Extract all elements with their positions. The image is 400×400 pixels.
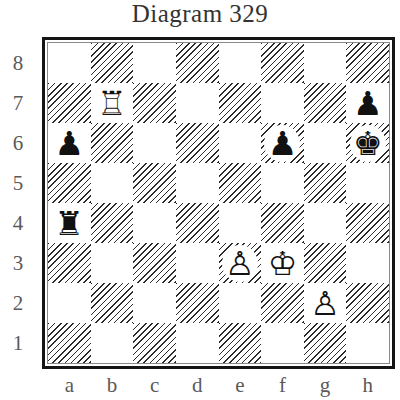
square-g8[interactable]: [304, 43, 347, 83]
square-d8[interactable]: [176, 43, 219, 83]
rank-label-5: 5: [0, 163, 36, 203]
square-a2[interactable]: [48, 283, 91, 323]
black-pawn[interactable]: ♟: [51, 125, 87, 162]
square-h7[interactable]: ♟: [346, 83, 389, 123]
rank-label-8: 8: [0, 43, 36, 83]
square-d3[interactable]: [176, 243, 219, 283]
square-c7[interactable]: [133, 83, 176, 123]
square-d7[interactable]: [176, 83, 219, 123]
square-c5[interactable]: [133, 163, 176, 203]
file-label-h: h: [346, 371, 389, 399]
square-c2[interactable]: [133, 283, 176, 323]
white-king[interactable]: ♔: [264, 245, 300, 282]
rank-label-7: 7: [0, 83, 36, 123]
file-label-g: g: [304, 371, 347, 399]
square-e6[interactable]: [219, 123, 262, 163]
file-label-e: e: [219, 371, 262, 399]
square-h2[interactable]: [346, 283, 389, 323]
square-b3[interactable]: [91, 243, 134, 283]
square-b5[interactable]: [91, 163, 134, 203]
diagram-title: Diagram 329: [0, 0, 400, 28]
square-h8[interactable]: [346, 43, 389, 83]
rank-label-3: 3: [0, 243, 36, 283]
file-label-b: b: [91, 371, 134, 399]
square-g1[interactable]: [304, 323, 347, 363]
square-d6[interactable]: [176, 123, 219, 163]
black-rook[interactable]: ♜: [51, 205, 87, 242]
square-a6[interactable]: ♟: [48, 123, 91, 163]
square-b8[interactable]: [91, 43, 134, 83]
board: ♖♟♟♟♚♜♙♔♙: [47, 42, 390, 364]
square-f4[interactable]: [261, 203, 304, 243]
square-a5[interactable]: [48, 163, 91, 203]
rank-labels: 8 7 6 5 4 3 2 1: [0, 43, 36, 363]
square-f7[interactable]: [261, 83, 304, 123]
square-g2[interactable]: ♙: [304, 283, 347, 323]
square-f5[interactable]: [261, 163, 304, 203]
square-d5[interactable]: [176, 163, 219, 203]
square-e3[interactable]: ♙: [219, 243, 262, 283]
square-d4[interactable]: [176, 203, 219, 243]
square-b4[interactable]: [91, 203, 134, 243]
square-a7[interactable]: [48, 83, 91, 123]
square-a1[interactable]: [48, 323, 91, 363]
rank-label-4: 4: [0, 203, 36, 243]
square-d2[interactable]: [176, 283, 219, 323]
square-c4[interactable]: [133, 203, 176, 243]
square-g4[interactable]: [304, 203, 347, 243]
white-rook[interactable]: ♖: [94, 85, 130, 122]
square-e8[interactable]: [219, 43, 262, 83]
square-f1[interactable]: [261, 323, 304, 363]
file-labels: a b c d e f g h: [48, 371, 389, 399]
square-c1[interactable]: [133, 323, 176, 363]
square-g7[interactable]: [304, 83, 347, 123]
square-e4[interactable]: [219, 203, 262, 243]
board-frame: ♖♟♟♟♚♜♙♔♙: [42, 37, 395, 369]
rank-label-2: 2: [0, 283, 36, 323]
black-pawn[interactable]: ♟: [350, 85, 386, 122]
square-h4[interactable]: [346, 203, 389, 243]
square-f3[interactable]: ♔: [261, 243, 304, 283]
square-g6[interactable]: [304, 123, 347, 163]
file-label-f: f: [261, 371, 304, 399]
square-c8[interactable]: [133, 43, 176, 83]
square-b1[interactable]: [91, 323, 134, 363]
square-d1[interactable]: [176, 323, 219, 363]
square-a8[interactable]: [48, 43, 91, 83]
square-e2[interactable]: [219, 283, 262, 323]
file-label-d: d: [176, 371, 219, 399]
square-g3[interactable]: [304, 243, 347, 283]
square-e5[interactable]: [219, 163, 262, 203]
square-e1[interactable]: [219, 323, 262, 363]
square-b2[interactable]: [91, 283, 134, 323]
square-c3[interactable]: [133, 243, 176, 283]
square-e7[interactable]: [219, 83, 262, 123]
square-h3[interactable]: [346, 243, 389, 283]
square-g5[interactable]: [304, 163, 347, 203]
file-label-c: c: [133, 371, 176, 399]
square-c6[interactable]: [133, 123, 176, 163]
square-f8[interactable]: [261, 43, 304, 83]
square-f2[interactable]: [261, 283, 304, 323]
rank-label-1: 1: [0, 323, 36, 363]
square-b6[interactable]: [91, 123, 134, 163]
white-pawn[interactable]: ♙: [307, 285, 343, 322]
rank-label-6: 6: [0, 123, 36, 163]
square-a4[interactable]: ♜: [48, 203, 91, 243]
black-king[interactable]: ♚: [350, 125, 386, 162]
square-h5[interactable]: [346, 163, 389, 203]
square-f6[interactable]: ♟: [261, 123, 304, 163]
chess-diagram-page: Diagram 329 8 7 6 5 4 3 2 1 ♖♟♟♟♚♜♙♔♙ a …: [0, 0, 400, 400]
square-h1[interactable]: [346, 323, 389, 363]
white-pawn[interactable]: ♙: [222, 245, 258, 282]
square-a3[interactable]: [48, 243, 91, 283]
black-pawn[interactable]: ♟: [264, 125, 300, 162]
square-b7[interactable]: ♖: [91, 83, 134, 123]
file-label-a: a: [48, 371, 91, 399]
square-h6[interactable]: ♚: [346, 123, 389, 163]
